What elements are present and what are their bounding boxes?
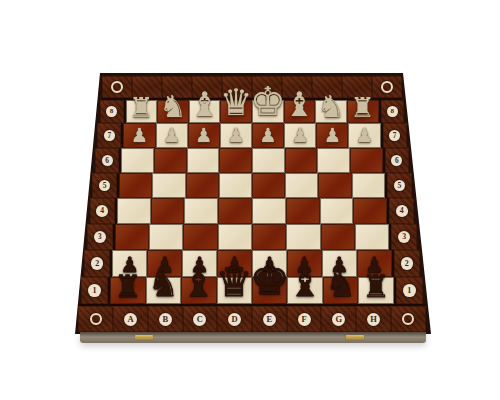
square-c3[interactable] [183, 224, 217, 250]
square-g7[interactable]: ♟ [316, 123, 348, 147]
file-label-cell-g: G [321, 304, 356, 332]
rank-label-left-1: 1 [81, 277, 110, 304]
rank-label: 1 [88, 284, 101, 297]
rank-label-right-5: 5 [385, 173, 412, 198]
piece-black-knight-b1[interactable]: ♞ [148, 267, 179, 302]
frame-corner-ornament [78, 304, 113, 332]
file-label-cell-b: B [148, 304, 183, 332]
square-e4[interactable] [252, 198, 286, 224]
square-f3[interactable] [286, 224, 320, 250]
square-b1[interactable]: ♞ [146, 277, 181, 304]
rank-label-right-6: 6 [383, 148, 410, 173]
piece-white-pawn-e7[interactable]: ♟ [259, 126, 276, 145]
square-e5[interactable] [252, 173, 285, 198]
square-f6[interactable] [285, 148, 318, 173]
square-d1[interactable]: ♛ [217, 277, 252, 304]
piece-white-rook-h8[interactable]: ♜ [351, 94, 375, 121]
corner-ring-icon [111, 81, 123, 93]
square-f1[interactable]: ♝ [287, 277, 322, 304]
square-h7[interactable]: ♟ [348, 123, 380, 147]
rank-label: 6 [391, 155, 402, 166]
square-g3[interactable] [321, 224, 355, 250]
rank-label-left-2: 2 [84, 250, 112, 277]
file-label-cell-e: E [252, 304, 287, 332]
square-f8[interactable]: ♝ [284, 100, 316, 124]
square-e6[interactable] [252, 148, 285, 173]
square-b7[interactable]: ♟ [156, 123, 188, 147]
square-h1[interactable]: ♜ [358, 277, 393, 304]
file-label-cell-d: D [217, 304, 252, 332]
square-d6[interactable] [219, 148, 252, 173]
square-e7[interactable]: ♟ [252, 123, 284, 147]
rank-label-left-7: 7 [97, 123, 123, 147]
rank-label: 4 [96, 205, 108, 217]
square-d8[interactable]: ♛ [220, 100, 252, 124]
square-h8[interactable]: ♜ [347, 100, 379, 124]
rank-label: 1 [403, 284, 416, 297]
square-a1[interactable]: ♜ [110, 277, 145, 304]
square-h5[interactable] [352, 173, 385, 198]
piece-white-pawn-a7[interactable]: ♟ [131, 126, 148, 145]
square-a6[interactable] [121, 148, 154, 173]
rank-label: 2 [91, 257, 103, 269]
file-label-cell-a: A [113, 304, 148, 332]
board-side-edge [80, 332, 426, 343]
square-a7[interactable]: ♟ [123, 123, 155, 147]
file-label: H [367, 313, 380, 326]
rank-label-left-8: 8 [100, 100, 126, 124]
rank-label-right-2: 2 [392, 250, 420, 277]
piece-white-knight-b8[interactable]: ♞ [159, 91, 187, 122]
piece-black-rook-a1[interactable]: ♜ [114, 271, 142, 302]
board-row-rank-6: 66 [95, 148, 409, 173]
square-c5[interactable] [186, 173, 219, 198]
board-row-rank-8: 8♜♞♝♛♚♝♞♜8 [100, 100, 404, 124]
rank-label: 6 [102, 155, 113, 166]
board-row-rank-7: 7♟♟♟♟♟♟♟♟7 [97, 123, 406, 147]
file-label: G [332, 313, 345, 326]
square-e1[interactable]: ♚ [252, 277, 287, 304]
rank-label-left-6: 6 [95, 148, 122, 173]
frame-corner-ornament [102, 76, 132, 100]
square-b3[interactable] [149, 224, 183, 250]
square-g4[interactable] [320, 198, 354, 224]
rank-label: 3 [94, 231, 106, 243]
square-c7[interactable]: ♟ [188, 123, 220, 147]
square-f7[interactable]: ♟ [284, 123, 316, 147]
square-d4[interactable] [218, 198, 252, 224]
rank-label-left-4: 4 [90, 198, 117, 224]
photo-canvas: 8♜♞♝♛♚♝♞♜87♟♟♟♟♟♟♟♟7665544332♟♟♟♟♟♟♟♟21♜… [0, 0, 500, 400]
piece-white-king-e8[interactable]: ♚ [250, 82, 285, 122]
rank-label: 7 [104, 130, 115, 141]
rank-label-right-8: 8 [379, 100, 405, 124]
square-e8[interactable]: ♚ [252, 100, 284, 124]
square-b5[interactable] [152, 173, 185, 198]
frame-corner-ornament [391, 304, 426, 332]
file-label: F [298, 313, 311, 326]
file-label: A [124, 313, 137, 326]
piece-white-pawn-h7[interactable]: ♟ [356, 126, 373, 145]
piece-white-bishop-f8[interactable]: ♝ [284, 88, 314, 122]
square-a3[interactable] [115, 224, 149, 250]
rank-label-right-1: 1 [394, 277, 423, 304]
square-a5[interactable] [119, 173, 152, 198]
square-f4[interactable] [286, 198, 320, 224]
square-d5[interactable] [219, 173, 252, 198]
file-label-cell-h: H [356, 304, 391, 332]
rank-label: 7 [389, 130, 400, 141]
hinge-right [346, 335, 364, 340]
square-h3[interactable] [355, 224, 389, 250]
square-b4[interactable] [151, 198, 185, 224]
file-label: E [263, 313, 276, 326]
rank-label-right-7: 7 [381, 123, 407, 147]
square-h4[interactable] [353, 198, 387, 224]
rank-label: 4 [396, 205, 408, 217]
piece-white-pawn-c7[interactable]: ♟ [195, 126, 212, 145]
square-d7[interactable]: ♟ [220, 123, 252, 147]
frame-row-bottom: ABCDEFGH [78, 304, 425, 332]
piece-black-bishop-f1[interactable]: ♝ [288, 264, 322, 302]
square-g5[interactable] [318, 173, 351, 198]
square-c8[interactable]: ♝ [189, 100, 221, 124]
rank-label: 3 [398, 231, 410, 243]
square-g6[interactable] [317, 148, 350, 173]
rank-label-left-5: 5 [92, 173, 119, 198]
rank-label-right-4: 4 [387, 198, 414, 224]
board-row-rank-5: 55 [92, 173, 412, 198]
piece-black-queen-d1[interactable]: ♛ [216, 261, 253, 303]
square-c4[interactable] [184, 198, 218, 224]
board-row-rank-4: 44 [90, 198, 415, 224]
piece-black-knight-g1[interactable]: ♞ [325, 267, 356, 302]
corner-ring-icon [90, 313, 102, 325]
square-d3[interactable] [218, 224, 252, 250]
file-label-cell-c: C [183, 304, 218, 332]
square-a8[interactable]: ♜ [126, 100, 158, 124]
board-row-rank-1: 1♜♞♝♛♚♝♞♜1 [81, 277, 422, 304]
piece-white-bishop-c8[interactable]: ♝ [189, 88, 219, 122]
file-label: B [159, 313, 172, 326]
corner-ring-icon [402, 313, 414, 325]
square-g1[interactable]: ♞ [323, 277, 358, 304]
square-g8[interactable]: ♞ [315, 100, 347, 124]
file-label-cell-f: F [287, 304, 322, 332]
square-a4[interactable] [117, 198, 151, 224]
corner-ring-icon [381, 81, 393, 93]
piece-white-pawn-g7[interactable]: ♟ [324, 126, 341, 145]
rank-label: 8 [106, 106, 116, 116]
rank-label: 5 [394, 180, 405, 191]
square-b6[interactable] [154, 148, 187, 173]
piece-white-pawn-d7[interactable]: ♟ [227, 126, 244, 145]
square-e3[interactable] [252, 224, 286, 250]
piece-white-queen-d8[interactable]: ♛ [220, 85, 253, 122]
square-b8[interactable]: ♞ [157, 100, 189, 124]
square-c6[interactable] [187, 148, 220, 173]
board-row-rank-3: 33 [87, 224, 417, 250]
square-c1[interactable]: ♝ [181, 277, 216, 304]
square-h6[interactable] [350, 148, 383, 173]
piece-white-rook-a8[interactable]: ♜ [129, 94, 153, 121]
frame-corner-ornament [372, 76, 402, 100]
piece-black-bishop-c1[interactable]: ♝ [182, 264, 216, 302]
piece-white-pawn-b7[interactable]: ♟ [163, 126, 180, 145]
rank-label-right-3: 3 [389, 224, 417, 250]
square-f5[interactable] [285, 173, 318, 198]
piece-black-king-e1[interactable]: ♚ [250, 257, 290, 302]
hinge-left [135, 335, 153, 340]
rank-label: 8 [387, 106, 397, 116]
piece-white-knight-g8[interactable]: ♞ [317, 91, 345, 122]
piece-white-pawn-f7[interactable]: ♟ [291, 126, 308, 145]
rank-label-left-3: 3 [87, 224, 115, 250]
rank-label: 5 [99, 180, 110, 191]
piece-black-rook-h1[interactable]: ♜ [362, 271, 390, 302]
file-label: D [228, 313, 241, 326]
file-label: C [193, 313, 206, 326]
rank-label: 2 [401, 257, 413, 269]
